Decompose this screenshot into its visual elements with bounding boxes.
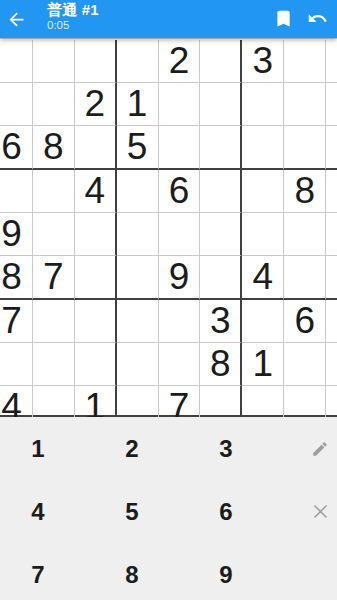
cell-r8c5[interactable]: [159, 343, 201, 386]
cell-r3c9[interactable]: [326, 126, 337, 170]
keypad-1[interactable]: 1: [0, 417, 85, 480]
cell-r6c9[interactable]: [326, 256, 337, 300]
keypad-panel: 123 456 789: [0, 417, 337, 600]
pencil-button[interactable]: [273, 417, 337, 480]
cell-r6c6[interactable]: [200, 256, 242, 300]
cell-r7c6[interactable]: 3: [200, 300, 242, 343]
keypad-3[interactable]: 3: [179, 417, 273, 480]
cell-r4c1[interactable]: [0, 170, 33, 213]
cell-r1c6[interactable]: [200, 40, 242, 83]
cell-r8c1[interactable]: [0, 343, 33, 386]
page-title: 普通 #1: [47, 2, 99, 18]
cell-r2c4[interactable]: 1: [117, 83, 159, 126]
cell-r4c4[interactable]: [117, 170, 159, 213]
cell-r8c2[interactable]: [33, 343, 75, 386]
cell-r6c5[interactable]: 9: [159, 256, 201, 300]
keypad-spacer: [273, 543, 337, 600]
cell-r5c2[interactable]: [33, 213, 75, 256]
cell-r5c7[interactable]: [242, 213, 284, 256]
cell-r2c2[interactable]: [33, 83, 75, 126]
cell-r5c1[interactable]: 9: [0, 213, 33, 256]
pencil-icon: [311, 440, 329, 458]
cell-r4c3[interactable]: 4: [75, 170, 117, 213]
cell-r2c5[interactable]: [159, 83, 201, 126]
app-bar: 普通 #1 0:05: [0, 0, 337, 38]
undo-button[interactable]: [306, 7, 328, 29]
cell-r2c9[interactable]: [326, 83, 337, 126]
cell-r3c7[interactable]: [242, 126, 284, 170]
cell-r8c4[interactable]: [117, 343, 159, 386]
arrow-left-icon: [6, 9, 27, 30]
bookmark-icon: [273, 8, 294, 29]
cell-r6c1[interactable]: 8: [0, 256, 33, 300]
close-icon: [311, 502, 330, 521]
cell-r2c8[interactable]: [284, 83, 326, 126]
keypad: 123 456 789: [0, 417, 337, 600]
timer: 0:05: [47, 19, 99, 32]
cell-r7c5[interactable]: [159, 300, 201, 343]
back-button[interactable]: [5, 8, 27, 30]
cell-r7c3[interactable]: [75, 300, 117, 343]
cell-r2c6[interactable]: [200, 83, 242, 126]
cell-r7c1[interactable]: 7: [0, 300, 33, 343]
cell-r7c9[interactable]: [326, 300, 337, 343]
cell-r4c6[interactable]: [200, 170, 242, 213]
cell-r4c5[interactable]: 6: [159, 170, 201, 213]
cell-r5c5[interactable]: [159, 213, 201, 256]
keypad-5[interactable]: 5: [85, 480, 179, 543]
keypad-8[interactable]: 8: [85, 543, 179, 600]
cell-r8c8[interactable]: [284, 343, 326, 386]
cell-r1c4[interactable]: [117, 40, 159, 83]
cell-r1c9[interactable]: [326, 40, 337, 83]
cell-r3c1[interactable]: 6: [0, 126, 33, 170]
cell-r8c6[interactable]: 8: [200, 343, 242, 386]
cell-r1c1[interactable]: [0, 40, 33, 83]
cell-r4c7[interactable]: [242, 170, 284, 213]
sudoku-app: 普通 #1 0:05 23216854689879473681417 123 4…: [0, 0, 337, 600]
cell-r3c8[interactable]: [284, 126, 326, 170]
cell-r1c7[interactable]: 3: [242, 40, 284, 83]
cell-r7c4[interactable]: [117, 300, 159, 343]
cell-r5c9[interactable]: [326, 213, 337, 256]
cell-r1c3[interactable]: [75, 40, 117, 83]
bookmark-button[interactable]: [272, 7, 294, 29]
cell-r1c2[interactable]: [33, 40, 75, 83]
cell-r2c7[interactable]: [242, 83, 284, 126]
cell-r8c3[interactable]: [75, 343, 117, 386]
keypad-2[interactable]: 2: [85, 417, 179, 480]
cell-r7c7[interactable]: [242, 300, 284, 343]
cell-r3c5[interactable]: [159, 126, 201, 170]
cell-r4c2[interactable]: [33, 170, 75, 213]
sudoku-board: 23216854689879473681417: [0, 40, 337, 417]
cell-r6c3[interactable]: [75, 256, 117, 300]
cell-r5c4[interactable]: [117, 213, 159, 256]
cell-r6c7[interactable]: 4: [242, 256, 284, 300]
cell-r4c8[interactable]: 8: [284, 170, 326, 213]
cell-r6c8[interactable]: [284, 256, 326, 300]
clear-button[interactable]: [273, 480, 337, 543]
cell-r5c6[interactable]: [200, 213, 242, 256]
cell-r2c3[interactable]: 2: [75, 83, 117, 126]
keypad-4[interactable]: 4: [0, 480, 85, 543]
cell-r3c2[interactable]: 8: [33, 126, 75, 170]
keypad-6[interactable]: 6: [179, 480, 273, 543]
cell-r5c8[interactable]: [284, 213, 326, 256]
title-block: 普通 #1 0:05: [47, 2, 99, 32]
cell-r3c6[interactable]: [200, 126, 242, 170]
cell-r6c4[interactable]: [117, 256, 159, 300]
cell-r5c3[interactable]: [75, 213, 117, 256]
cell-r1c8[interactable]: [284, 40, 326, 83]
cell-r4c9[interactable]: [326, 170, 337, 213]
keypad-9[interactable]: 9: [179, 543, 273, 600]
cell-r8c7[interactable]: 1: [242, 343, 284, 386]
cell-r7c8[interactable]: 6: [284, 300, 326, 343]
cell-r7c2[interactable]: [33, 300, 75, 343]
undo-icon: [307, 8, 328, 29]
cell-r8c9[interactable]: [326, 343, 337, 386]
cell-r2c1[interactable]: [0, 83, 33, 126]
cell-r3c3[interactable]: [75, 126, 117, 170]
cell-r3c4[interactable]: 5: [117, 126, 159, 170]
cell-r1c5[interactable]: 2: [159, 40, 201, 83]
keypad-7[interactable]: 7: [0, 543, 85, 600]
cell-r6c2[interactable]: 7: [33, 256, 75, 300]
